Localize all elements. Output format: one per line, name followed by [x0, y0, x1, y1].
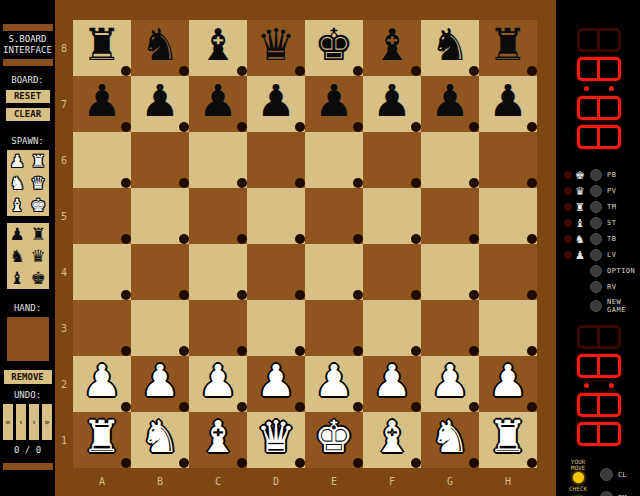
square-f4[interactable] — [363, 244, 421, 300]
white-king: ♚ — [314, 415, 353, 459]
board: ♜♞♝♛♚♝♞♜♟♟♟♟♟♟♟♟♟♟♟♟♟♟♟♟♜♞♝♛♚♝♞♜ — [73, 20, 537, 468]
undo-first-button[interactable]: « — [3, 404, 13, 440]
square-e4[interactable] — [305, 244, 363, 300]
white-rook: ♜ — [488, 415, 527, 459]
undo-back-button[interactable]: ‹ — [16, 404, 26, 440]
square-d6[interactable] — [247, 132, 305, 188]
black-pawn: ♟ — [198, 79, 237, 123]
black-rook: ♜ — [488, 23, 527, 67]
square-d2[interactable]: ♟ — [247, 356, 305, 412]
white-pawn: ♟ — [198, 359, 237, 403]
clock-bottom — [576, 325, 622, 451]
cl-button[interactable] — [600, 468, 613, 481]
square-b3[interactable] — [131, 300, 189, 356]
square-d4[interactable] — [247, 244, 305, 300]
black-knight: ♞ — [430, 23, 469, 67]
square-b4[interactable] — [131, 244, 189, 300]
clock-top-colon — [584, 86, 614, 91]
pawn-icon: ♟ — [573, 250, 587, 261]
clock-bottom-colon — [584, 383, 614, 388]
square-e2[interactable]: ♟ — [305, 356, 363, 412]
rank-label-7: 7 — [61, 99, 67, 110]
pv-label: PV — [607, 187, 616, 195]
rank-label-3: 3 — [61, 323, 67, 334]
queen-icon: ♛ — [573, 186, 587, 197]
square-a5[interactable] — [73, 188, 131, 244]
spawn-white-king[interactable]: ♚ — [28, 194, 49, 216]
black-rook: ♜ — [82, 23, 121, 67]
rv-label: RV — [607, 283, 616, 291]
square-h1[interactable]: ♜ — [479, 412, 537, 468]
tb-button[interactable] — [590, 233, 602, 245]
file-label-e: E — [331, 476, 337, 487]
file-label-d: D — [273, 476, 279, 487]
square-d3[interactable] — [247, 300, 305, 356]
square-e6[interactable] — [305, 132, 363, 188]
tm-label: TM — [607, 203, 616, 211]
rank-label-1: 1 — [61, 435, 67, 446]
clock-top-digit — [577, 125, 621, 149]
rank-labels: 87654321 — [55, 20, 73, 468]
black-knight: ♞ — [140, 23, 179, 67]
square-a4[interactable] — [73, 244, 131, 300]
cl-label: CL — [618, 471, 626, 479]
board-frame: 87654321 ♜♞♝♛♚♝♞♜♟♟♟♟♟♟♟♟♟♟♟♟♟♟♟♟♜♞♝♛♚♝♞… — [55, 0, 556, 496]
square-h5[interactable] — [479, 188, 537, 244]
function-row-pv: ♛ PV — [556, 183, 640, 199]
square-a2[interactable]: ♟ — [73, 356, 131, 412]
square-a1[interactable]: ♜ — [73, 412, 131, 468]
square-h7[interactable]: ♟ — [479, 76, 537, 132]
spawn-white-knight[interactable]: ♞ — [7, 172, 28, 194]
function-row-lv: ♟ LV — [556, 247, 640, 263]
square-g2[interactable]: ♟ — [421, 356, 479, 412]
rook-icon: ♜ — [573, 202, 587, 213]
square-d8[interactable]: ♛ — [247, 20, 305, 76]
rank-label-4: 4 — [61, 267, 67, 278]
pb-led — [564, 171, 572, 179]
spawn-white-bishop[interactable]: ♝ — [7, 194, 28, 216]
spawn-white-rook[interactable]: ♜ — [28, 150, 49, 172]
square-b2[interactable]: ♟ — [131, 356, 189, 412]
spawn-white-queen[interactable]: ♛ — [28, 172, 49, 194]
white-queen: ♛ — [256, 415, 295, 459]
spawn-black-pawn[interactable]: ♟ — [7, 223, 28, 245]
accent-bar — [3, 463, 53, 470]
pv-led — [564, 187, 572, 195]
king-icon: ♚ — [573, 170, 587, 181]
square-g6[interactable] — [421, 132, 479, 188]
file-label-f: F — [389, 476, 395, 487]
accent-bar — [3, 24, 53, 31]
lv-led — [564, 251, 572, 259]
black-queen: ♛ — [256, 23, 295, 67]
white-knight: ♞ — [140, 415, 179, 459]
your-move-led — [573, 472, 584, 483]
square-g3[interactable] — [421, 300, 479, 356]
dm-button[interactable] — [600, 491, 613, 496]
function-row-new-game: NEW GAME — [556, 295, 640, 317]
rank-label-8: 8 — [61, 43, 67, 54]
spawn-black-rook[interactable]: ♜ — [28, 223, 49, 245]
function-row-st: ♝ ST — [556, 215, 640, 231]
square-a8[interactable]: ♜ — [73, 20, 131, 76]
black-king: ♚ — [314, 23, 353, 67]
square-e8[interactable]: ♚ — [305, 20, 363, 76]
white-pawn: ♟ — [314, 359, 353, 403]
spawn-white-panel: ♟♜♞♛♝♚ — [7, 150, 49, 216]
square-c2[interactable]: ♟ — [189, 356, 247, 412]
black-bishop: ♝ — [372, 23, 411, 67]
square-g5[interactable] — [421, 188, 479, 244]
black-pawn: ♟ — [488, 79, 527, 123]
spawn-black-queen[interactable]: ♛ — [28, 245, 49, 267]
file-label-h: H — [505, 476, 511, 487]
sidebar: S.BOARD INTERFACE BOARD: RESET CLEAR SPA… — [0, 0, 55, 496]
square-f8[interactable]: ♝ — [363, 20, 421, 76]
square-a7[interactable]: ♟ — [73, 76, 131, 132]
square-g7[interactable]: ♟ — [421, 76, 479, 132]
clock-bottom-digit — [577, 393, 621, 417]
black-pawn: ♟ — [430, 79, 469, 123]
function-row-rv: RV — [556, 279, 640, 295]
option-button[interactable] — [590, 265, 602, 277]
hand-section-label: HAND: — [14, 303, 41, 313]
black-pawn: ♟ — [140, 79, 179, 123]
square-f3[interactable] — [363, 300, 421, 356]
option-label: OPTION — [607, 267, 635, 275]
square-b1[interactable]: ♞ — [131, 412, 189, 468]
tb-led — [564, 235, 572, 243]
function-row-pb: ♚ PB — [556, 167, 640, 183]
check-label: CHECK — [562, 486, 594, 492]
lv-label: LV — [607, 251, 616, 259]
square-h4[interactable] — [479, 244, 537, 300]
spawn-black-bishop[interactable]: ♝ — [7, 267, 28, 289]
clock-bottom-digit — [577, 354, 621, 378]
square-f2[interactable]: ♟ — [363, 356, 421, 412]
bishop-icon: ♝ — [573, 218, 587, 229]
black-pawn: ♟ — [314, 79, 353, 123]
square-b7[interactable]: ♟ — [131, 76, 189, 132]
file-label-c: C — [215, 476, 221, 487]
status-area: YOUR MOVE CHECK CL DM — [556, 457, 640, 496]
black-pawn: ♟ — [82, 79, 121, 123]
new-game-button[interactable] — [590, 300, 602, 312]
app-title: S.BOARD INTERFACE — [3, 34, 52, 56]
square-e1[interactable]: ♚ — [305, 412, 363, 468]
white-bishop: ♝ — [372, 415, 411, 459]
square-c7[interactable]: ♟ — [189, 76, 247, 132]
black-bishop: ♝ — [198, 23, 237, 67]
function-row-tm: ♜ TM — [556, 199, 640, 215]
file-label-g: G — [447, 476, 453, 487]
file-labels: ABCDEFGH — [73, 468, 556, 495]
pb-button[interactable] — [590, 169, 602, 181]
white-pawn: ♟ — [488, 359, 527, 403]
tb-label: TB — [607, 235, 616, 243]
square-c4[interactable] — [189, 244, 247, 300]
spawn-white-pawn[interactable]: ♟ — [7, 150, 28, 172]
square-b8[interactable]: ♞ — [131, 20, 189, 76]
square-f7[interactable]: ♟ — [363, 76, 421, 132]
your-move-label: YOUR MOVE — [562, 459, 594, 471]
square-c1[interactable]: ♝ — [189, 412, 247, 468]
white-pawn: ♟ — [140, 359, 179, 403]
white-bishop: ♝ — [198, 415, 237, 459]
undo-controls: « ‹ › » — [3, 404, 52, 440]
square-a3[interactable] — [73, 300, 131, 356]
spawn-section-label: SPAWN: — [11, 136, 44, 146]
function-row-option: OPTION — [556, 263, 640, 279]
pv-button[interactable] — [590, 185, 602, 197]
redo-forward-button[interactable]: › — [29, 404, 39, 440]
new-game-label: NEW GAME — [607, 298, 637, 314]
square-f6[interactable] — [363, 132, 421, 188]
file-label-a: A — [99, 476, 105, 487]
rank-label-6: 6 — [61, 155, 67, 166]
clear-button[interactable]: CLEAR — [6, 108, 50, 121]
square-h8[interactable]: ♜ — [479, 20, 537, 76]
undo-counter: 0 / 0 — [14, 445, 41, 455]
square-a6[interactable] — [73, 132, 131, 188]
square-d5[interactable] — [247, 188, 305, 244]
pb-label: PB — [607, 171, 616, 179]
file-label-b: B — [157, 476, 163, 487]
square-c8[interactable]: ♝ — [189, 20, 247, 76]
square-g8[interactable]: ♞ — [421, 20, 479, 76]
chess-board-interface: S.BOARD INTERFACE BOARD: RESET CLEAR SPA… — [0, 0, 640, 496]
clock-bottom-digit — [577, 422, 621, 446]
knight-icon: ♞ — [573, 234, 587, 245]
lv-button[interactable] — [590, 249, 602, 261]
white-pawn: ♟ — [372, 359, 411, 403]
clock-top-digit-off — [577, 28, 621, 52]
clock-bottom-digit-off — [577, 325, 621, 349]
spawn-black-panel: ♟♜♞♛♝♚ — [7, 223, 49, 289]
square-g4[interactable] — [421, 244, 479, 300]
right-panel: ♚ PB ♛ PV ♜ TM ♝ ST — [556, 0, 640, 496]
tm-led — [564, 203, 572, 211]
square-c6[interactable] — [189, 132, 247, 188]
rank-label-2: 2 — [61, 379, 67, 390]
square-e5[interactable] — [305, 188, 363, 244]
white-pawn: ♟ — [430, 359, 469, 403]
white-pawn: ♟ — [82, 359, 121, 403]
square-b5[interactable] — [131, 188, 189, 244]
undo-section-label: UNDO: — [14, 390, 41, 400]
spawn-black-knight[interactable]: ♞ — [7, 245, 28, 267]
tm-button[interactable] — [590, 201, 602, 213]
square-f1[interactable]: ♝ — [363, 412, 421, 468]
square-b6[interactable] — [131, 132, 189, 188]
square-g1[interactable]: ♞ — [421, 412, 479, 468]
st-button[interactable] — [590, 217, 602, 229]
black-pawn: ♟ — [372, 79, 411, 123]
square-e3[interactable] — [305, 300, 363, 356]
accent-bar — [3, 59, 53, 66]
st-label: ST — [607, 219, 616, 227]
reset-button[interactable]: RESET — [6, 90, 50, 103]
square-e7[interactable]: ♟ — [305, 76, 363, 132]
clock-top-digit — [577, 57, 621, 81]
square-h3[interactable] — [479, 300, 537, 356]
redo-last-button[interactable]: » — [42, 404, 52, 440]
white-pawn: ♟ — [256, 359, 295, 403]
rv-button[interactable] — [590, 281, 602, 293]
clock-top — [576, 28, 622, 154]
st-led — [564, 219, 572, 227]
square-h2[interactable]: ♟ — [479, 356, 537, 412]
square-f5[interactable] — [363, 188, 421, 244]
square-d1[interactable]: ♛ — [247, 412, 305, 468]
square-d7[interactable]: ♟ — [247, 76, 305, 132]
hand-slot[interactable] — [7, 317, 49, 361]
function-buttons: ♚ PB ♛ PV ♜ TM ♝ ST — [556, 167, 640, 317]
white-knight: ♞ — [430, 415, 469, 459]
clock-top-digit — [577, 96, 621, 120]
square-h6[interactable] — [479, 132, 537, 188]
black-pawn: ♟ — [256, 79, 295, 123]
board-section-label: BOARD: — [11, 75, 44, 85]
white-rook: ♜ — [82, 415, 121, 459]
spawn-black-king[interactable]: ♚ — [28, 267, 49, 289]
rank-label-5: 5 — [61, 211, 67, 222]
function-row-tb: ♞ TB — [556, 231, 640, 247]
remove-button[interactable]: REMOVE — [4, 370, 52, 384]
square-c5[interactable] — [189, 188, 247, 244]
square-c3[interactable] — [189, 300, 247, 356]
